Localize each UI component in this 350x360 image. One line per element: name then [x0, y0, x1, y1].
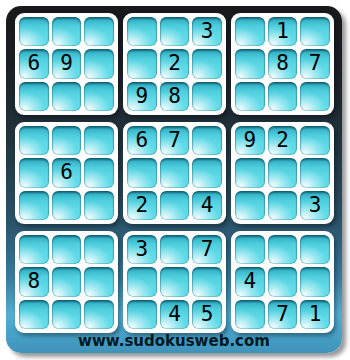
cell-r5c4[interactable]: [127, 158, 157, 187]
cell-r6c5[interactable]: [160, 191, 190, 220]
cell-r6c6[interactable]: 4: [192, 191, 222, 220]
cell-r5c8[interactable]: [268, 158, 298, 187]
cell-r5c5[interactable]: [160, 158, 190, 187]
cell-r6c8[interactable]: [268, 191, 298, 220]
cell-r7c1[interactable]: [19, 235, 49, 264]
footer-url: www.sudokusweb.com: [6, 332, 342, 350]
cell-r5c2[interactable]: 6: [52, 158, 82, 187]
sudoku-box-2-1: 6: [15, 122, 118, 224]
cell-r6c2[interactable]: [52, 191, 82, 220]
cell-r3c1[interactable]: [19, 82, 49, 111]
cell-r8c1[interactable]: 8: [19, 267, 49, 296]
cell-r9c9[interactable]: 1: [300, 300, 330, 329]
cell-r4c2[interactable]: [52, 126, 82, 155]
cell-r6c9[interactable]: 3: [300, 191, 330, 220]
cell-r9c7[interactable]: [235, 300, 265, 329]
cell-r1c2[interactable]: [52, 17, 82, 46]
cell-r7c8[interactable]: [268, 235, 298, 264]
cell-r2c1[interactable]: 6: [19, 49, 49, 78]
cell-r2c9[interactable]: 7: [300, 49, 330, 78]
cell-r3c7[interactable]: [235, 82, 265, 111]
cell-r3c3[interactable]: [84, 82, 114, 111]
cell-r3c5[interactable]: 8: [160, 82, 190, 111]
cell-r3c6[interactable]: [192, 82, 222, 111]
cell-r4c4[interactable]: 6: [127, 126, 157, 155]
cell-r1c6[interactable]: 3: [192, 17, 222, 46]
cell-r4c1[interactable]: [19, 126, 49, 155]
cell-r5c6[interactable]: [192, 158, 222, 187]
sudoku-board-frame: 6932981876672492383745471 www.sudokusweb…: [6, 6, 342, 353]
cell-r6c7[interactable]: [235, 191, 265, 220]
cell-r5c1[interactable]: [19, 158, 49, 187]
cell-r8c4[interactable]: [127, 267, 157, 296]
cell-r3c8[interactable]: [268, 82, 298, 111]
cell-r3c4[interactable]: 9: [127, 82, 157, 111]
cell-r7c4[interactable]: 3: [127, 235, 157, 264]
cell-r1c5[interactable]: [160, 17, 190, 46]
cell-r4c7[interactable]: 9: [235, 126, 265, 155]
cell-r7c3[interactable]: [84, 235, 114, 264]
cell-r9c5[interactable]: 4: [160, 300, 190, 329]
cell-r4c9[interactable]: [300, 126, 330, 155]
cell-r6c1[interactable]: [19, 191, 49, 220]
cell-r7c7[interactable]: [235, 235, 265, 264]
cell-r2c6[interactable]: [192, 49, 222, 78]
cell-r1c1[interactable]: [19, 17, 49, 46]
cell-r1c3[interactable]: [84, 17, 114, 46]
cell-r6c4[interactable]: 2: [127, 191, 157, 220]
cell-r1c8[interactable]: 1: [268, 17, 298, 46]
cell-r9c3[interactable]: [84, 300, 114, 329]
cell-r2c2[interactable]: 9: [52, 49, 82, 78]
sudoku-box-1-2: 3298: [123, 13, 226, 115]
cell-r9c6[interactable]: 5: [192, 300, 222, 329]
cell-r4c6[interactable]: [192, 126, 222, 155]
cell-r8c6[interactable]: [192, 267, 222, 296]
cell-r8c3[interactable]: [84, 267, 114, 296]
cell-r4c8[interactable]: 2: [268, 126, 298, 155]
cell-r9c8[interactable]: 7: [268, 300, 298, 329]
cell-r8c8[interactable]: [268, 267, 298, 296]
cell-r2c3[interactable]: [84, 49, 114, 78]
cell-r5c7[interactable]: [235, 158, 265, 187]
cell-r8c5[interactable]: [160, 267, 190, 296]
cell-r2c4[interactable]: [127, 49, 157, 78]
sudoku-board: 6932981876672492383745471: [15, 13, 334, 333]
cell-r5c3[interactable]: [84, 158, 114, 187]
sudoku-box-3-2: 3745: [123, 231, 226, 333]
sudoku-box-2-2: 6724: [123, 122, 226, 224]
cell-r7c9[interactable]: [300, 235, 330, 264]
cell-r8c7[interactable]: 4: [235, 267, 265, 296]
sudoku-box-1-3: 187: [231, 13, 334, 115]
cell-r3c9[interactable]: [300, 82, 330, 111]
cell-r7c2[interactable]: [52, 235, 82, 264]
cell-r8c9[interactable]: [300, 267, 330, 296]
sudoku-box-2-3: 923: [231, 122, 334, 224]
cell-r9c1[interactable]: [19, 300, 49, 329]
cell-r4c3[interactable]: [84, 126, 114, 155]
cell-r4c5[interactable]: 7: [160, 126, 190, 155]
cell-r3c2[interactable]: [52, 82, 82, 111]
cell-r2c5[interactable]: 2: [160, 49, 190, 78]
sudoku-box-3-1: 8: [15, 231, 118, 333]
cell-r6c3[interactable]: [84, 191, 114, 220]
sudoku-box-3-3: 471: [231, 231, 334, 333]
cell-r8c2[interactable]: [52, 267, 82, 296]
cell-r2c7[interactable]: [235, 49, 265, 78]
cell-r1c4[interactable]: [127, 17, 157, 46]
cell-r7c5[interactable]: [160, 235, 190, 264]
cell-r1c9[interactable]: [300, 17, 330, 46]
cell-r1c7[interactable]: [235, 17, 265, 46]
sudoku-box-1-1: 69: [15, 13, 118, 115]
cell-r2c8[interactable]: 8: [268, 49, 298, 78]
cell-r9c2[interactable]: [52, 300, 82, 329]
cell-r9c4[interactable]: [127, 300, 157, 329]
cell-r7c6[interactable]: 7: [192, 235, 222, 264]
cell-r5c9[interactable]: [300, 158, 330, 187]
